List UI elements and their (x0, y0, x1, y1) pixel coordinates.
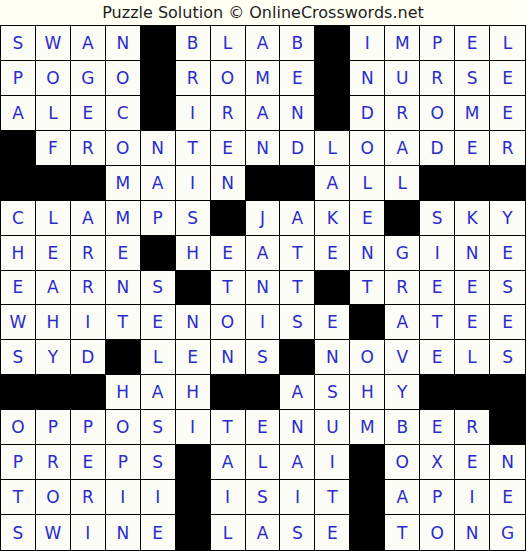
letter-cell-r10c13: E (420, 340, 455, 375)
letter-cell-r7c1: H (1, 236, 36, 271)
letter-cell-r6c9: A (280, 201, 315, 236)
letter-cell-r15c8: A (246, 515, 281, 550)
letter-cell-r13c10: I (315, 445, 350, 480)
letter-cell-r10c6: E (176, 340, 211, 375)
letter-cell-r3c15: E (490, 96, 525, 131)
letter-cell-r6c15: Y (490, 201, 525, 236)
letter-cell-r3c2: L (36, 96, 71, 131)
letter-cell-r10c15: S (490, 340, 525, 375)
letter-cell-r12c5: S (141, 410, 176, 445)
letter-cell-r10c7: N (211, 340, 246, 375)
black-cell-r15c11 (350, 515, 385, 550)
letter-cell-r8c5: S (141, 271, 176, 306)
letter-cell-r14c2: O (36, 480, 71, 515)
letter-cell-r5c11: L (350, 166, 385, 201)
letter-cell-r12c2: P (36, 410, 71, 445)
letter-cell-r9c9: S (280, 305, 315, 340)
letter-cell-r4c5: N (141, 131, 176, 166)
letter-cell-r1c8: A (246, 26, 281, 61)
letter-cell-r9c10: E (315, 305, 350, 340)
letter-cell-r9c4: T (106, 305, 141, 340)
letter-cell-r9c14: E (455, 305, 490, 340)
letter-cell-r12c11: M (350, 410, 385, 445)
letter-cell-r12c10: U (315, 410, 350, 445)
letter-cell-r2c9: E (280, 61, 315, 96)
letter-cell-r11c12: Y (385, 375, 420, 410)
letter-cell-r4c4: O (106, 131, 141, 166)
black-cell-r11c1 (1, 375, 36, 410)
letter-cell-r14c15: E (490, 480, 525, 515)
black-cell-r11c7 (211, 375, 246, 410)
letter-cell-r15c15: G (490, 515, 525, 550)
letter-cell-r12c13: E (420, 410, 455, 445)
letter-cell-r15c5: E (141, 515, 176, 550)
letter-cell-r2c11: N (350, 61, 385, 96)
letter-cell-r12c9: N (280, 410, 315, 445)
letter-cell-r10c1: S (1, 340, 36, 375)
letter-cell-r9c8: I (246, 305, 281, 340)
letter-cell-r7c9: T (280, 236, 315, 271)
letter-cell-r10c5: L (141, 340, 176, 375)
letter-cell-r7c7: E (211, 236, 246, 271)
letter-cell-r10c3: D (71, 340, 106, 375)
black-cell-r5c8 (246, 166, 281, 201)
crossword-grid: SWANBLABIMPELPOGOROMENURSEALECIRANDROMEF… (0, 25, 526, 551)
letter-cell-r5c7: N (211, 166, 246, 201)
letter-cell-r3c8: A (246, 96, 281, 131)
black-cell-r5c9 (280, 166, 315, 201)
letter-cell-r8c7: T (211, 271, 246, 306)
letter-cell-r6c10: K (315, 201, 350, 236)
letter-cell-r15c9: S (280, 515, 315, 550)
letter-cell-r1c4: N (106, 26, 141, 61)
black-cell-r6c12 (385, 201, 420, 236)
letter-cell-r8c14: E (455, 271, 490, 306)
letter-cell-r4c6: T (176, 131, 211, 166)
black-cell-r3c5 (141, 96, 176, 131)
letter-cell-r6c8: J (246, 201, 281, 236)
black-cell-r8c6 (176, 271, 211, 306)
letter-cell-r2c8: M (246, 61, 281, 96)
letter-cell-r3c13: O (420, 96, 455, 131)
letter-cell-r11c4: H (106, 375, 141, 410)
letter-cell-r6c1: C (1, 201, 36, 236)
black-cell-r5c14 (455, 166, 490, 201)
letter-cell-r1c2: W (36, 26, 71, 61)
black-cell-r10c4 (106, 340, 141, 375)
letter-cell-r1c6: B (176, 26, 211, 61)
letter-cell-r15c10: E (315, 515, 350, 550)
letter-cell-r3c7: R (211, 96, 246, 131)
letter-cell-r15c14: N (455, 515, 490, 550)
letter-cell-r1c9: B (280, 26, 315, 61)
black-cell-r2c5 (141, 61, 176, 96)
letter-cell-r8c13: E (420, 271, 455, 306)
letter-cell-r10c14: L (455, 340, 490, 375)
letter-cell-r4c3: R (71, 131, 106, 166)
letter-cell-r6c13: S (420, 201, 455, 236)
black-cell-r10c9 (280, 340, 315, 375)
letter-cell-r10c8: S (246, 340, 281, 375)
black-cell-r5c2 (36, 166, 71, 201)
letter-cell-r1c12: M (385, 26, 420, 61)
letter-cell-r12c14: R (455, 410, 490, 445)
black-cell-r11c8 (246, 375, 281, 410)
black-cell-r1c10 (315, 26, 350, 61)
letter-cell-r14c3: R (71, 480, 106, 515)
letter-cell-r5c10: A (315, 166, 350, 201)
letter-cell-r5c5: A (141, 166, 176, 201)
letter-cell-r12c1: O (1, 410, 36, 445)
letter-cell-r11c10: S (315, 375, 350, 410)
letter-cell-r7c14: N (455, 236, 490, 271)
letter-cell-r9c1: W (1, 305, 36, 340)
letter-cell-r13c15: N (490, 445, 525, 480)
letter-cell-r14c9: I (280, 480, 315, 515)
black-cell-r12c15 (490, 410, 525, 445)
letter-cell-r12c7: T (211, 410, 246, 445)
black-cell-r5c15 (490, 166, 525, 201)
black-cell-r11c2 (36, 375, 71, 410)
letter-cell-r1c1: S (1, 26, 36, 61)
letter-cell-r7c8: A (246, 236, 281, 271)
letter-cell-r13c7: A (211, 445, 246, 480)
letter-cell-r3c14: M (455, 96, 490, 131)
letter-cell-r4c15: R (490, 131, 525, 166)
letter-cell-r8c1: E (1, 271, 36, 306)
letter-cell-r15c4: N (106, 515, 141, 550)
letter-cell-r11c5: A (141, 375, 176, 410)
letter-cell-r4c11: O (350, 131, 385, 166)
letter-cell-r13c1: P (1, 445, 36, 480)
letter-cell-r8c15: S (490, 271, 525, 306)
letter-cell-r1c15: L (490, 26, 525, 61)
letter-cell-r12c3: P (71, 410, 106, 445)
letter-cell-r3c4: C (106, 96, 141, 131)
black-cell-r11c14 (455, 375, 490, 410)
letter-cell-r4c13: D (420, 131, 455, 166)
letter-cell-r11c11: H (350, 375, 385, 410)
letter-cell-r13c13: X (420, 445, 455, 480)
letter-cell-r2c2: O (36, 61, 71, 96)
black-cell-r5c3 (71, 166, 106, 201)
letter-cell-r2c15: E (490, 61, 525, 96)
letter-cell-r14c5: I (141, 480, 176, 515)
letter-cell-r13c14: E (455, 445, 490, 480)
letter-cell-r8c12: R (385, 271, 420, 306)
letter-cell-r1c7: L (211, 26, 246, 61)
letter-cell-r9c6: N (176, 305, 211, 340)
black-cell-r3c10 (315, 96, 350, 131)
letter-cell-r3c12: R (385, 96, 420, 131)
letter-cell-r13c2: R (36, 445, 71, 480)
letter-cell-r8c11: T (350, 271, 385, 306)
black-cell-r11c15 (490, 375, 525, 410)
letter-cell-r8c8: N (246, 271, 281, 306)
letter-cell-r8c3: R (71, 271, 106, 306)
letter-cell-r2c14: S (455, 61, 490, 96)
black-cell-r15c6 (176, 515, 211, 550)
letter-cell-r4c10: L (315, 131, 350, 166)
letter-cell-r15c13: O (420, 515, 455, 550)
letter-cell-r15c7: L (211, 515, 246, 550)
letter-cell-r6c4: M (106, 201, 141, 236)
black-cell-r11c3 (71, 375, 106, 410)
letter-cell-r13c8: L (246, 445, 281, 480)
letter-cell-r12c6: I (176, 410, 211, 445)
letter-cell-r13c4: P (106, 445, 141, 480)
letter-cell-r6c14: K (455, 201, 490, 236)
letter-cell-r14c7: I (211, 480, 246, 515)
letter-cell-r4c9: D (280, 131, 315, 166)
letter-cell-r4c8: N (246, 131, 281, 166)
letter-cell-r12c12: B (385, 410, 420, 445)
letter-cell-r1c13: P (420, 26, 455, 61)
letter-cell-r2c1: P (1, 61, 36, 96)
page-title: Puzzle Solution © OnlineCrosswords.net (0, 0, 526, 25)
black-cell-r6c7 (211, 201, 246, 236)
letter-cell-r5c4: M (106, 166, 141, 201)
letter-cell-r6c6: S (176, 201, 211, 236)
letter-cell-r12c4: O (106, 410, 141, 445)
letter-cell-r14c12: A (385, 480, 420, 515)
letter-cell-r8c4: N (106, 271, 141, 306)
letter-cell-r2c6: R (176, 61, 211, 96)
letter-cell-r10c11: O (350, 340, 385, 375)
letter-cell-r15c3: I (71, 515, 106, 550)
black-cell-r4c1 (1, 131, 36, 166)
letter-cell-r1c14: E (455, 26, 490, 61)
letter-cell-r15c2: W (36, 515, 71, 550)
letter-cell-r2c4: O (106, 61, 141, 96)
letter-cell-r3c3: E (71, 96, 106, 131)
letter-cell-r10c10: N (315, 340, 350, 375)
letter-cell-r14c8: S (246, 480, 281, 515)
letter-cell-r9c3: I (71, 305, 106, 340)
letter-cell-r7c2: E (36, 236, 71, 271)
black-cell-r8c10 (315, 271, 350, 306)
letter-cell-r4c7: E (211, 131, 246, 166)
letter-cell-r12c8: E (246, 410, 281, 445)
letter-cell-r2c13: R (420, 61, 455, 96)
letter-cell-r9c12: A (385, 305, 420, 340)
letter-cell-r11c6: H (176, 375, 211, 410)
black-cell-r14c6 (176, 480, 211, 515)
black-cell-r13c6 (176, 445, 211, 480)
letter-cell-r2c7: O (211, 61, 246, 96)
letter-cell-r14c4: I (106, 480, 141, 515)
black-cell-r5c13 (420, 166, 455, 201)
letter-cell-r7c11: N (350, 236, 385, 271)
letter-cell-r13c5: S (141, 445, 176, 480)
letter-cell-r7c6: H (176, 236, 211, 271)
letter-cell-r10c12: V (385, 340, 420, 375)
letter-cell-r3c9: N (280, 96, 315, 131)
letter-cell-r14c13: P (420, 480, 455, 515)
black-cell-r9c11 (350, 305, 385, 340)
letter-cell-r13c12: O (385, 445, 420, 480)
letter-cell-r6c5: P (141, 201, 176, 236)
letter-cell-r9c13: T (420, 305, 455, 340)
letter-cell-r9c15: E (490, 305, 525, 340)
letter-cell-r4c14: E (455, 131, 490, 166)
letter-cell-r6c3: A (71, 201, 106, 236)
letter-cell-r15c12: T (385, 515, 420, 550)
black-cell-r5c1 (1, 166, 36, 201)
letter-cell-r1c3: A (71, 26, 106, 61)
letter-cell-r8c9: T (280, 271, 315, 306)
letter-cell-r3c1: A (1, 96, 36, 131)
black-cell-r11c13 (420, 375, 455, 410)
letter-cell-r14c1: T (1, 480, 36, 515)
letter-cell-r7c13: I (420, 236, 455, 271)
black-cell-r14c11 (350, 480, 385, 515)
letter-cell-r13c3: E (71, 445, 106, 480)
letter-cell-r7c3: R (71, 236, 106, 271)
letter-cell-r7c15: E (490, 236, 525, 271)
letter-cell-r1c11: I (350, 26, 385, 61)
black-cell-r2c10 (315, 61, 350, 96)
letter-cell-r6c11: E (350, 201, 385, 236)
letter-cell-r6c2: L (36, 201, 71, 236)
letter-cell-r11c9: A (280, 375, 315, 410)
letter-cell-r7c12: G (385, 236, 420, 271)
letter-cell-r2c12: U (385, 61, 420, 96)
letter-cell-r15c1: S (1, 515, 36, 550)
letter-cell-r5c12: L (385, 166, 420, 201)
letter-cell-r2c3: G (71, 61, 106, 96)
letter-cell-r14c14: I (455, 480, 490, 515)
letter-cell-r4c2: F (36, 131, 71, 166)
letter-cell-r4c12: A (385, 131, 420, 166)
letter-cell-r9c5: E (141, 305, 176, 340)
letter-cell-r7c10: E (315, 236, 350, 271)
letter-cell-r9c7: O (211, 305, 246, 340)
letter-cell-r8c2: A (36, 271, 71, 306)
letter-cell-r3c11: D (350, 96, 385, 131)
black-cell-r13c11 (350, 445, 385, 480)
letter-cell-r9c2: H (36, 305, 71, 340)
puzzle-page: Puzzle Solution © OnlineCrosswords.net S… (0, 0, 526, 551)
letter-cell-r3c6: I (176, 96, 211, 131)
letter-cell-r10c2: Y (36, 340, 71, 375)
black-cell-r1c5 (141, 26, 176, 61)
black-cell-r7c5 (141, 236, 176, 271)
letter-cell-r7c4: E (106, 236, 141, 271)
letter-cell-r14c10: T (315, 480, 350, 515)
letter-cell-r13c9: A (280, 445, 315, 480)
letter-cell-r5c6: I (176, 166, 211, 201)
